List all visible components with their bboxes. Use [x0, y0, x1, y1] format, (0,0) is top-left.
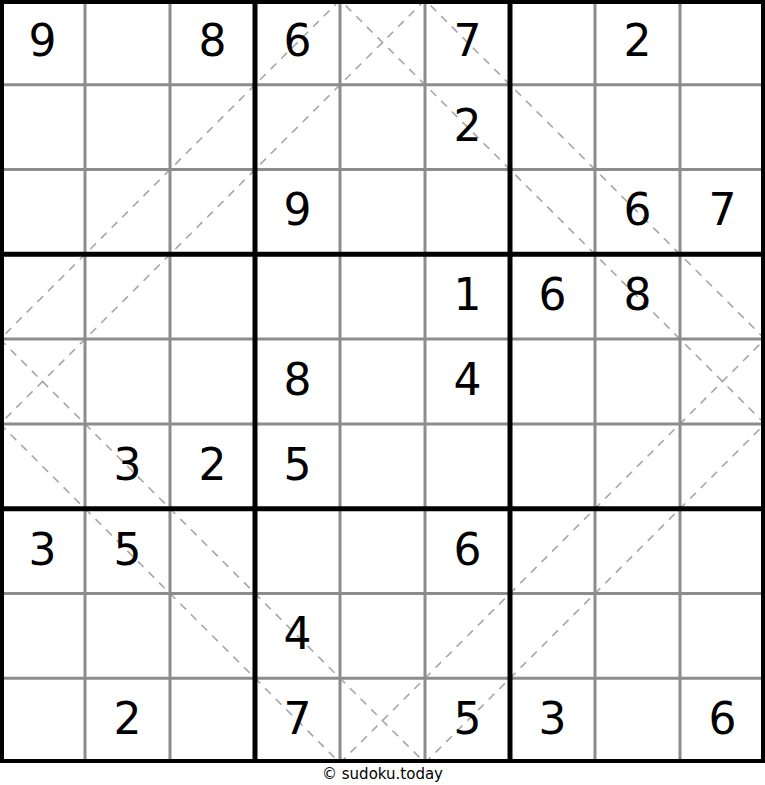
cell-r5c1[interactable] [0, 339, 85, 424]
cell-r6c9[interactable] [680, 424, 765, 509]
cell-r3c6[interactable] [425, 170, 510, 255]
cell-r6c1[interactable] [0, 424, 85, 509]
cell-r3c7[interactable] [510, 170, 595, 255]
cell-r4c7[interactable]: 6 [510, 254, 595, 339]
cell-r5c4[interactable]: 8 [255, 339, 340, 424]
cell-r7c5[interactable] [340, 509, 425, 594]
cell-r6c5[interactable] [340, 424, 425, 509]
cell-r5c5[interactable] [340, 339, 425, 424]
cell-r3c9[interactable]: 7 [680, 170, 765, 255]
cell-r7c4[interactable] [255, 509, 340, 594]
cell-r9c1[interactable] [0, 678, 85, 763]
site-credit: © sudoku.today [322, 765, 443, 783]
cell-r2c6[interactable]: 2 [425, 85, 510, 170]
cell-r9c2[interactable]: 2 [85, 678, 170, 763]
cell-r1c8[interactable]: 2 [595, 0, 680, 85]
cell-r4c8[interactable]: 8 [595, 254, 680, 339]
cell-r7c8[interactable] [595, 509, 680, 594]
cell-r7c2[interactable]: 5 [85, 509, 170, 594]
cell-r7c1[interactable]: 3 [0, 509, 85, 594]
cell-r5c2[interactable] [85, 339, 170, 424]
cell-r4c1[interactable] [0, 254, 85, 339]
footer: © sudoku.today [0, 762, 765, 785]
sudoku-puzzle-page: 98672296716884325356427536 © sudoku.toda… [0, 0, 765, 785]
cell-r2c1[interactable] [0, 85, 85, 170]
cell-r2c5[interactable] [340, 85, 425, 170]
cell-r9c9[interactable]: 6 [680, 678, 765, 763]
cell-r2c7[interactable] [510, 85, 595, 170]
cell-r3c5[interactable] [340, 170, 425, 255]
cell-r2c8[interactable] [595, 85, 680, 170]
sudoku-board: 98672296716884325356427536 [0, 0, 765, 763]
cell-r8c2[interactable] [85, 593, 170, 678]
cell-r8c6[interactable] [425, 593, 510, 678]
cell-r8c1[interactable] [0, 593, 85, 678]
cell-r1c1[interactable]: 9 [0, 0, 85, 85]
cell-r5c7[interactable] [510, 339, 595, 424]
cell-r1c4[interactable]: 6 [255, 0, 340, 85]
cell-r6c3[interactable]: 2 [170, 424, 255, 509]
cell-r4c4[interactable] [255, 254, 340, 339]
cell-r5c6[interactable]: 4 [425, 339, 510, 424]
cell-r1c7[interactable] [510, 0, 595, 85]
cell-r6c8[interactable] [595, 424, 680, 509]
cell-r8c5[interactable] [340, 593, 425, 678]
cell-r7c3[interactable] [170, 509, 255, 594]
cell-r6c7[interactable] [510, 424, 595, 509]
cell-r2c2[interactable] [85, 85, 170, 170]
cell-r1c6[interactable]: 7 [425, 0, 510, 85]
cell-r9c8[interactable] [595, 678, 680, 763]
cell-r8c4[interactable]: 4 [255, 593, 340, 678]
cell-r3c8[interactable]: 6 [595, 170, 680, 255]
cell-r4c9[interactable] [680, 254, 765, 339]
cell-r9c4[interactable]: 7 [255, 678, 340, 763]
cell-r2c3[interactable] [170, 85, 255, 170]
cell-r9c6[interactable]: 5 [425, 678, 510, 763]
cell-r8c9[interactable] [680, 593, 765, 678]
cell-r8c8[interactable] [595, 593, 680, 678]
cell-r3c2[interactable] [85, 170, 170, 255]
cell-r4c6[interactable]: 1 [425, 254, 510, 339]
cell-r2c9[interactable] [680, 85, 765, 170]
cell-r4c5[interactable] [340, 254, 425, 339]
cell-r4c3[interactable] [170, 254, 255, 339]
cell-r4c2[interactable] [85, 254, 170, 339]
cell-r1c3[interactable]: 8 [170, 0, 255, 85]
cell-r3c1[interactable] [0, 170, 85, 255]
cell-r6c6[interactable] [425, 424, 510, 509]
cell-r5c8[interactable] [595, 339, 680, 424]
cell-r9c5[interactable] [340, 678, 425, 763]
cell-r1c9[interactable] [680, 0, 765, 85]
cell-r7c7[interactable] [510, 509, 595, 594]
cell-r9c3[interactable] [170, 678, 255, 763]
cell-r7c6[interactable]: 6 [425, 509, 510, 594]
cell-r6c4[interactable]: 5 [255, 424, 340, 509]
cell-grid: 98672296716884325356427536 [0, 0, 765, 763]
cell-r2c4[interactable] [255, 85, 340, 170]
cell-r5c3[interactable] [170, 339, 255, 424]
cell-r1c2[interactable] [85, 0, 170, 85]
cell-r5c9[interactable] [680, 339, 765, 424]
cell-r8c7[interactable] [510, 593, 595, 678]
cell-r7c9[interactable] [680, 509, 765, 594]
cell-r1c5[interactable] [340, 0, 425, 85]
cell-r8c3[interactable] [170, 593, 255, 678]
cell-r6c2[interactable]: 3 [85, 424, 170, 509]
cell-r9c7[interactable]: 3 [510, 678, 595, 763]
cell-r3c4[interactable]: 9 [255, 170, 340, 255]
cell-r3c3[interactable] [170, 170, 255, 255]
